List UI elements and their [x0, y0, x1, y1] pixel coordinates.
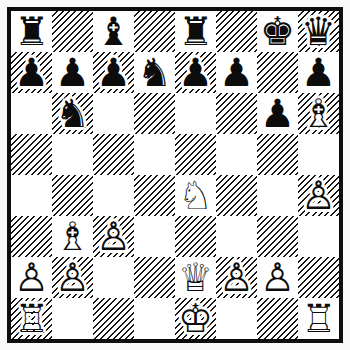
- white-pawn-g2: ♙: [257, 257, 298, 298]
- square-a1[interactable]: ♖: [11, 298, 52, 339]
- square-h3[interactable]: [298, 216, 339, 257]
- square-c5[interactable]: [93, 134, 134, 175]
- black-knight-d7: ♞: [134, 52, 175, 93]
- black-bishop-c8: ♝: [93, 11, 134, 52]
- white-pawn-b2: ♙: [52, 257, 93, 298]
- chess-diagram: ♜♝♜♚♛♟♟♟♞♟♟♟♞♟♗♘♙♗♙♙♙♕♙♙♖♔♖: [7, 7, 343, 343]
- square-c3[interactable]: ♙: [93, 216, 134, 257]
- square-g8[interactable]: ♚: [257, 11, 298, 52]
- square-g5[interactable]: [257, 134, 298, 175]
- square-f1[interactable]: [216, 298, 257, 339]
- square-e3[interactable]: [175, 216, 216, 257]
- square-b3[interactable]: ♗: [52, 216, 93, 257]
- square-f7[interactable]: ♟: [216, 52, 257, 93]
- white-pawn-c3: ♙: [93, 216, 134, 257]
- white-knight-e4: ♘: [175, 175, 216, 216]
- square-h1[interactable]: ♖: [298, 298, 339, 339]
- square-f5[interactable]: [216, 134, 257, 175]
- black-pawn-h7: ♟: [298, 52, 339, 93]
- square-g3[interactable]: [257, 216, 298, 257]
- square-h7[interactable]: ♟: [298, 52, 339, 93]
- square-b6[interactable]: ♞: [52, 93, 93, 134]
- square-h6[interactable]: ♗: [298, 93, 339, 134]
- black-pawn-a7: ♟: [11, 52, 52, 93]
- square-g7[interactable]: [257, 52, 298, 93]
- square-e5[interactable]: [175, 134, 216, 175]
- black-pawn-g6: ♟: [257, 93, 298, 134]
- white-pawn-h4: ♙: [298, 175, 339, 216]
- black-pawn-e7: ♟: [175, 52, 216, 93]
- square-a2[interactable]: ♙: [11, 257, 52, 298]
- square-d5[interactable]: [134, 134, 175, 175]
- black-pawn-c7: ♟: [93, 52, 134, 93]
- black-pawn-b7: ♟: [52, 52, 93, 93]
- square-d8[interactable]: [134, 11, 175, 52]
- black-queen-h8: ♛: [298, 11, 339, 52]
- white-king-e1: ♔: [175, 298, 216, 339]
- square-a4[interactable]: [11, 175, 52, 216]
- white-rook-h1: ♖: [298, 298, 339, 339]
- chess-board: ♜♝♜♚♛♟♟♟♞♟♟♟♞♟♗♘♙♗♙♙♙♕♙♙♖♔♖: [11, 11, 339, 339]
- square-g4[interactable]: [257, 175, 298, 216]
- square-d7[interactable]: ♞: [134, 52, 175, 93]
- square-c2[interactable]: [93, 257, 134, 298]
- square-c1[interactable]: [93, 298, 134, 339]
- white-pawn-a2: ♙: [11, 257, 52, 298]
- square-d2[interactable]: [134, 257, 175, 298]
- square-a5[interactable]: [11, 134, 52, 175]
- square-b8[interactable]: [52, 11, 93, 52]
- square-a7[interactable]: ♟: [11, 52, 52, 93]
- white-bishop-b3: ♗: [52, 216, 93, 257]
- square-e7[interactable]: ♟: [175, 52, 216, 93]
- square-f8[interactable]: [216, 11, 257, 52]
- square-f4[interactable]: [216, 175, 257, 216]
- square-b4[interactable]: [52, 175, 93, 216]
- square-g6[interactable]: ♟: [257, 93, 298, 134]
- square-g1[interactable]: [257, 298, 298, 339]
- square-f3[interactable]: [216, 216, 257, 257]
- square-d3[interactable]: [134, 216, 175, 257]
- square-a6[interactable]: [11, 93, 52, 134]
- square-b2[interactable]: ♙: [52, 257, 93, 298]
- square-a3[interactable]: [11, 216, 52, 257]
- square-c7[interactable]: ♟: [93, 52, 134, 93]
- white-bishop-h6: ♗: [298, 93, 339, 134]
- black-rook-e8: ♜: [175, 11, 216, 52]
- square-e6[interactable]: [175, 93, 216, 134]
- square-d4[interactable]: [134, 175, 175, 216]
- square-e8[interactable]: ♜: [175, 11, 216, 52]
- square-e1[interactable]: ♔: [175, 298, 216, 339]
- black-knight-b6: ♞: [52, 93, 93, 134]
- square-h2[interactable]: [298, 257, 339, 298]
- black-rook-a8: ♜: [11, 11, 52, 52]
- square-h8[interactable]: ♛: [298, 11, 339, 52]
- square-g2[interactable]: ♙: [257, 257, 298, 298]
- square-e4[interactable]: ♘: [175, 175, 216, 216]
- square-h4[interactable]: ♙: [298, 175, 339, 216]
- square-f6[interactable]: [216, 93, 257, 134]
- square-e2[interactable]: ♕: [175, 257, 216, 298]
- black-pawn-f7: ♟: [216, 52, 257, 93]
- square-b5[interactable]: [52, 134, 93, 175]
- square-d1[interactable]: [134, 298, 175, 339]
- white-pawn-f2: ♙: [216, 257, 257, 298]
- square-b7[interactable]: ♟: [52, 52, 93, 93]
- square-d6[interactable]: [134, 93, 175, 134]
- square-a8[interactable]: ♜: [11, 11, 52, 52]
- square-f2[interactable]: ♙: [216, 257, 257, 298]
- white-rook-a1: ♖: [11, 298, 52, 339]
- square-c4[interactable]: [93, 175, 134, 216]
- square-c8[interactable]: ♝: [93, 11, 134, 52]
- white-queen-e2: ♕: [175, 257, 216, 298]
- square-b1[interactable]: [52, 298, 93, 339]
- square-h5[interactable]: [298, 134, 339, 175]
- black-king-g8: ♚: [257, 11, 298, 52]
- square-c6[interactable]: [93, 93, 134, 134]
